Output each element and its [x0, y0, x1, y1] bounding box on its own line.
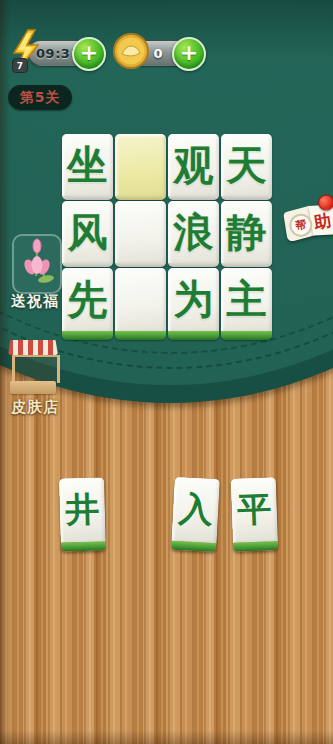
lotus-flower-icon [18, 238, 56, 290]
board-empty-cell-r1c1[interactable] [115, 201, 166, 267]
tray-tile-3[interactable]: 平 [231, 477, 279, 552]
send-blessing-label: 送祝福 [3, 292, 67, 311]
puzzle-board: 坐 观 天 风 浪 静 先 为 主 [62, 134, 272, 340]
tile-char: 天 [227, 138, 267, 193]
tile-char: 入 [178, 486, 214, 534]
level-badge: 第5关 [8, 85, 72, 110]
board-tile-r1c0: 风 [62, 201, 113, 267]
tile-char: 静 [227, 205, 267, 260]
board-tile-r2c0: 先 [62, 268, 113, 340]
plus-icon: + [80, 42, 98, 64]
send-blessing-button[interactable] [12, 234, 62, 294]
tile-char: 观 [174, 138, 214, 193]
tile-char: 为 [174, 272, 214, 327]
skin-shop-label: 皮肤店 [3, 398, 67, 417]
tray-tile-2[interactable]: 入 [171, 477, 220, 552]
skin-shop-button[interactable] [8, 340, 58, 396]
tile-char: 主 [227, 272, 267, 327]
add-coins-button[interactable]: + [172, 37, 206, 71]
tile-char: 风 [68, 205, 108, 260]
coin-count: 0 [153, 46, 162, 61]
board-tile-r1c2: 浪 [168, 201, 219, 267]
board-tile-r2c3: 主 [221, 268, 272, 340]
level-badge-text: 第5关 [20, 89, 61, 107]
stall-frame [12, 355, 60, 383]
tray-tile-1[interactable]: 井 [59, 477, 106, 551]
help-button[interactable]: 帮 助 [282, 199, 333, 245]
plus-icon: + [180, 42, 198, 64]
board-tile-r0c3: 天 [221, 134, 272, 200]
help-char-2: 助 [312, 209, 332, 234]
tile-char: 平 [237, 486, 273, 533]
add-energy-button[interactable]: + [72, 37, 106, 71]
stall-counter [10, 381, 56, 394]
market-stall-icon [8, 340, 58, 355]
board-tile-r0c2: 观 [168, 134, 219, 200]
gold-coin-icon [112, 32, 150, 70]
board-tile-r1c3: 静 [221, 201, 272, 267]
tile-char: 浪 [174, 205, 214, 260]
tile-char: 井 [65, 487, 100, 534]
board-tile-r2c2: 为 [168, 268, 219, 340]
tile-char: 先 [68, 272, 108, 327]
board-empty-cell-r2c1[interactable] [115, 268, 166, 340]
help-char-1: 帮 [294, 217, 307, 234]
board-empty-cell-highlighted[interactable] [115, 134, 166, 200]
tile-char: 坐 [68, 138, 108, 193]
energy-count-badge: 7 [12, 58, 28, 73]
lightning-bolt-icon: 7 [8, 28, 44, 72]
board-tile-r0c0: 坐 [62, 134, 113, 200]
